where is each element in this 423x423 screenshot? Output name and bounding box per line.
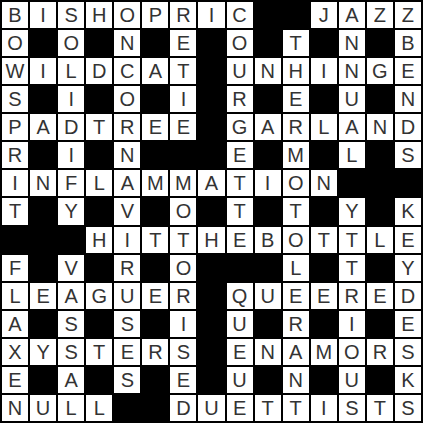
letter-cell-r8c13[interactable]: Y	[339, 198, 365, 224]
black-cell-r6c10	[255, 142, 281, 168]
letter-cell-r5c12[interactable]: L	[311, 114, 337, 140]
letter-cell-r7c9[interactable]: T	[227, 170, 253, 196]
letter-cell-r11c11[interactable]: E	[283, 283, 309, 309]
letter-cell-r15c12[interactable]: I	[311, 395, 337, 421]
letter-cell-r13c14[interactable]: R	[367, 339, 393, 365]
letter-cell-r13c6[interactable]: R	[142, 339, 168, 365]
black-cell-r4c10	[255, 86, 281, 112]
black-cell-r2c12	[311, 30, 337, 56]
black-cell-r12c4	[86, 311, 112, 337]
letter-cell-r13c15[interactable]: S	[395, 339, 421, 365]
letter-cell-r5c7[interactable]: E	[170, 114, 196, 140]
letter-cell-r9c10[interactable]: B	[255, 227, 281, 253]
letter-cell-r11c15[interactable]: D	[395, 283, 421, 309]
letter-cell-r11c2[interactable]: E	[30, 283, 56, 309]
letter-cell-r4c15[interactable]: N	[395, 86, 421, 112]
letter-cell-r1c9[interactable]: C	[227, 2, 253, 28]
black-cell-r14c2	[30, 367, 56, 393]
letter-cell-r5c6[interactable]: E	[142, 114, 168, 140]
letter-cell-r7c10[interactable]: I	[255, 170, 281, 196]
letter-cell-r15c15[interactable]: S	[395, 395, 421, 421]
letter-cell-r1c2[interactable]: I	[30, 2, 56, 28]
letter-cell-r10c15[interactable]: Y	[395, 255, 421, 281]
letter-cell-r12c11[interactable]: R	[283, 311, 309, 337]
letter-cell-r2c3[interactable]: O	[58, 30, 84, 56]
letter-cell-r3c4[interactable]: D	[86, 58, 112, 84]
letter-cell-r14c3[interactable]: A	[58, 367, 84, 393]
black-cell-r2c14	[367, 30, 393, 56]
black-cell-r6c6	[142, 142, 168, 168]
black-cell-r4c4	[86, 86, 112, 112]
letter-cell-r3c14[interactable]: G	[367, 58, 393, 84]
letter-cell-r13c12[interactable]: M	[311, 339, 337, 365]
letter-cell-r15c14[interactable]: T	[367, 395, 393, 421]
letter-cell-r1c15[interactable]: Z	[395, 2, 421, 28]
letter-cell-r9c9[interactable]: E	[227, 227, 253, 253]
black-cell-r12c12	[311, 311, 337, 337]
letter-cell-r2c15[interactable]: B	[395, 30, 421, 56]
letter-cell-r8c15[interactable]: K	[395, 198, 421, 224]
black-cell-r2c6	[142, 30, 168, 56]
black-cell-r1c11	[283, 2, 309, 28]
letter-cell-r8c11[interactable]: T	[283, 198, 309, 224]
black-cell-r7c13	[339, 170, 365, 196]
letter-cell-r1c7[interactable]: R	[170, 2, 196, 28]
black-cell-r9c2	[30, 227, 56, 253]
letter-cell-r3c9[interactable]: U	[227, 58, 253, 84]
letter-cell-r1c6[interactable]: P	[142, 2, 168, 28]
letter-cell-r6c3[interactable]: I	[58, 142, 84, 168]
letter-cell-r1c8[interactable]: I	[198, 2, 224, 28]
letter-cell-r10c11[interactable]: L	[283, 255, 309, 281]
black-cell-r10c6	[142, 255, 168, 281]
letter-cell-r2c7[interactable]: E	[170, 30, 196, 56]
black-cell-r12c14	[367, 311, 393, 337]
letter-cell-r10c13[interactable]: T	[339, 255, 365, 281]
black-cell-r10c12	[311, 255, 337, 281]
letter-cell-r7c11[interactable]: O	[283, 170, 309, 196]
letter-cell-r6c1[interactable]: R	[2, 142, 28, 168]
letter-cell-r3c15[interactable]: E	[395, 58, 421, 84]
black-cell-r10c9	[227, 255, 253, 281]
black-cell-r11c8	[198, 283, 224, 309]
letter-cell-r3c6[interactable]: A	[142, 58, 168, 84]
black-cell-r8c10	[255, 198, 281, 224]
letter-cell-r6c5[interactable]: N	[114, 142, 140, 168]
letter-cell-r2c13[interactable]: N	[339, 30, 365, 56]
letter-cell-r11c13[interactable]: R	[339, 283, 365, 309]
letter-cell-r5c5[interactable]: R	[114, 114, 140, 140]
letter-cell-r5c3[interactable]: D	[58, 114, 84, 140]
letter-cell-r12c7[interactable]: I	[170, 311, 196, 337]
black-cell-r6c14	[367, 142, 393, 168]
letter-cell-r5c13[interactable]: A	[339, 114, 365, 140]
letter-cell-r11c12[interactable]: E	[311, 283, 337, 309]
black-cell-r10c8	[198, 255, 224, 281]
black-cell-r6c4	[86, 142, 112, 168]
letter-cell-r5c14[interactable]: N	[367, 114, 393, 140]
letter-cell-r10c7[interactable]: O	[170, 255, 196, 281]
black-cell-r12c10	[255, 311, 281, 337]
black-cell-r6c7	[170, 142, 196, 168]
letter-cell-r1c12[interactable]: J	[311, 2, 337, 28]
letter-cell-r8c7[interactable]: O	[170, 198, 196, 224]
letter-cell-r13c2[interactable]: Y	[30, 339, 56, 365]
black-cell-r8c2	[30, 198, 56, 224]
black-cell-r8c12	[311, 198, 337, 224]
letter-cell-r14c5[interactable]: S	[114, 367, 140, 393]
crossword-grid: BISHOPRICJAZZOONEOTNBWILDCATUNHINGESIOIR…	[0, 0, 423, 423]
black-cell-r13c8	[198, 339, 224, 365]
letter-cell-r9c15[interactable]: E	[395, 227, 421, 253]
letter-cell-r11c4[interactable]: G	[86, 283, 112, 309]
black-cell-r5c8	[198, 114, 224, 140]
letter-cell-r14c13[interactable]: U	[339, 367, 365, 393]
letter-cell-r7c4[interactable]: L	[86, 170, 112, 196]
letter-cell-r11c1[interactable]: L	[2, 283, 28, 309]
letter-cell-r10c5[interactable]: R	[114, 255, 140, 281]
letter-cell-r9c13[interactable]: T	[339, 227, 365, 253]
black-cell-r10c14	[367, 255, 393, 281]
letter-cell-r15c1[interactable]: N	[2, 395, 28, 421]
letter-cell-r11c3[interactable]: A	[58, 283, 84, 309]
letter-cell-r2c5[interactable]: N	[114, 30, 140, 56]
letter-cell-r4c3[interactable]: I	[58, 86, 84, 112]
letter-cell-r8c5[interactable]: V	[114, 198, 140, 224]
black-cell-r1c10	[255, 2, 281, 28]
letter-cell-r3c3[interactable]: L	[58, 58, 84, 84]
letter-cell-r13c11[interactable]: A	[283, 339, 309, 365]
black-cell-r14c6	[142, 367, 168, 393]
letter-cell-r5c9[interactable]: G	[227, 114, 253, 140]
letter-cell-r3c7[interactable]: T	[170, 58, 196, 84]
letter-cell-r5c11[interactable]: R	[283, 114, 309, 140]
black-cell-r12c6	[142, 311, 168, 337]
letter-cell-r12c1[interactable]: A	[2, 311, 28, 337]
black-cell-r15c6	[142, 395, 168, 421]
letter-cell-r6c13[interactable]: L	[339, 142, 365, 168]
black-cell-r14c12	[311, 367, 337, 393]
letter-cell-r9c11[interactable]: O	[283, 227, 309, 253]
letter-cell-r13c10[interactable]: N	[255, 339, 281, 365]
letter-cell-r9c5[interactable]: I	[114, 227, 140, 253]
black-cell-r12c8	[198, 311, 224, 337]
black-cell-r3c8	[198, 58, 224, 84]
letter-cell-r15c4[interactable]: L	[86, 395, 112, 421]
letter-cell-r3c5[interactable]: C	[114, 58, 140, 84]
letter-cell-r9c8[interactable]: H	[198, 227, 224, 253]
letter-cell-r3c12[interactable]: I	[311, 58, 337, 84]
letter-cell-r14c15[interactable]: K	[395, 367, 421, 393]
letter-cell-r5c15[interactable]: D	[395, 114, 421, 140]
black-cell-r4c12	[311, 86, 337, 112]
letter-cell-r3c2[interactable]: I	[30, 58, 56, 84]
letter-cell-r14c11[interactable]: N	[283, 367, 309, 393]
black-cell-r8c14	[367, 198, 393, 224]
letter-cell-r6c11[interactable]: M	[283, 142, 309, 168]
letter-cell-r7c3[interactable]: F	[58, 170, 84, 196]
letter-cell-r6c15[interactable]: S	[395, 142, 421, 168]
black-cell-r12c2	[30, 311, 56, 337]
letter-cell-r4c13[interactable]: U	[339, 86, 365, 112]
letter-cell-r3c10[interactable]: N	[255, 58, 281, 84]
letter-cell-r14c9[interactable]: U	[227, 367, 253, 393]
letter-cell-r8c9[interactable]: T	[227, 198, 253, 224]
letter-cell-r4c9[interactable]: R	[227, 86, 253, 112]
letter-cell-r15c3[interactable]: L	[58, 395, 84, 421]
letter-cell-r15c8[interactable]: U	[198, 395, 224, 421]
black-cell-r2c4	[86, 30, 112, 56]
letter-cell-r2c11[interactable]: T	[283, 30, 309, 56]
letter-cell-r10c3[interactable]: V	[58, 255, 84, 281]
letter-cell-r8c1[interactable]: T	[2, 198, 28, 224]
letter-cell-r7c5[interactable]: A	[114, 170, 140, 196]
letter-cell-r4c11[interactable]: E	[283, 86, 309, 112]
letter-cell-r3c13[interactable]: N	[339, 58, 365, 84]
letter-cell-r9c12[interactable]: T	[311, 227, 337, 253]
black-cell-r10c2	[30, 255, 56, 281]
letter-cell-r5c10[interactable]: A	[255, 114, 281, 140]
letter-cell-r7c6[interactable]: M	[142, 170, 168, 196]
letter-cell-r13c9[interactable]: E	[227, 339, 253, 365]
black-cell-r2c8	[198, 30, 224, 56]
black-cell-r4c8	[198, 86, 224, 112]
letter-cell-r7c1[interactable]: I	[2, 170, 28, 196]
letter-cell-r15c9[interactable]: E	[227, 395, 253, 421]
letter-cell-r3c11[interactable]: H	[283, 58, 309, 84]
letter-cell-r13c13[interactable]: O	[339, 339, 365, 365]
black-cell-r14c8	[198, 367, 224, 393]
letter-cell-r9c14[interactable]: L	[367, 227, 393, 253]
letter-cell-r4c1[interactable]: S	[2, 86, 28, 112]
letter-cell-r6c9[interactable]: E	[227, 142, 253, 168]
letter-cell-r12c3[interactable]: S	[58, 311, 84, 337]
black-cell-r6c8	[198, 142, 224, 168]
letter-cell-r12c13[interactable]: I	[339, 311, 365, 337]
letter-cell-r11c9[interactable]: Q	[227, 283, 253, 309]
letter-cell-r13c4[interactable]: T	[86, 339, 112, 365]
letter-cell-r1c3[interactable]: S	[58, 2, 84, 28]
letter-cell-r15c2[interactable]: U	[30, 395, 56, 421]
letter-cell-r9c7[interactable]: T	[170, 227, 196, 253]
letter-cell-r14c1[interactable]: E	[2, 367, 28, 393]
letter-cell-r3c1[interactable]: W	[2, 58, 28, 84]
black-cell-r6c2	[30, 142, 56, 168]
letter-cell-r12c15[interactable]: E	[395, 311, 421, 337]
letter-cell-r7c2[interactable]: N	[30, 170, 56, 196]
black-cell-r2c2	[30, 30, 56, 56]
letter-cell-r15c10[interactable]: T	[255, 395, 281, 421]
black-cell-r8c8	[198, 198, 224, 224]
letter-cell-r5c1[interactable]: P	[2, 114, 28, 140]
letter-cell-r11c10[interactable]: U	[255, 283, 281, 309]
letter-cell-r15c13[interactable]: S	[339, 395, 365, 421]
letter-cell-r11c5[interactable]: U	[114, 283, 140, 309]
letter-cell-r1c5[interactable]: O	[114, 2, 140, 28]
letter-cell-r7c8[interactable]: A	[198, 170, 224, 196]
letter-cell-r2c9[interactable]: O	[227, 30, 253, 56]
black-cell-r6c12	[311, 142, 337, 168]
black-cell-r10c10	[255, 255, 281, 281]
letter-cell-r10c1[interactable]: F	[2, 255, 28, 281]
letter-cell-r11c6[interactable]: E	[142, 283, 168, 309]
black-cell-r8c6	[142, 198, 168, 224]
black-cell-r9c1	[2, 227, 28, 253]
letter-cell-r13c5[interactable]: E	[114, 339, 140, 365]
letter-cell-r13c3[interactable]: S	[58, 339, 84, 365]
black-cell-r15c5	[114, 395, 140, 421]
black-cell-r4c6	[142, 86, 168, 112]
black-cell-r4c2	[30, 86, 56, 112]
black-cell-r8c4	[86, 198, 112, 224]
letter-cell-r7c12[interactable]: N	[311, 170, 337, 196]
black-cell-r4c14	[367, 86, 393, 112]
black-cell-r14c4	[86, 367, 112, 393]
letter-cell-r5c4[interactable]: T	[86, 114, 112, 140]
black-cell-r9c3	[58, 227, 84, 253]
black-cell-r2c10	[255, 30, 281, 56]
letter-cell-r4c5[interactable]: O	[114, 86, 140, 112]
black-cell-r14c14	[367, 367, 393, 393]
letter-cell-r7c7[interactable]: M	[170, 170, 196, 196]
black-cell-r7c15	[395, 170, 421, 196]
letter-cell-r15c7[interactable]: D	[170, 395, 196, 421]
letter-cell-r11c14[interactable]: E	[367, 283, 393, 309]
letter-cell-r9c6[interactable]: T	[142, 227, 168, 253]
letter-cell-r1c4[interactable]: H	[86, 2, 112, 28]
letter-cell-r1c1[interactable]: B	[2, 2, 28, 28]
letter-cell-r9c4[interactable]: H	[86, 227, 112, 253]
letter-cell-r1c13[interactable]: A	[339, 2, 365, 28]
letter-cell-r15c11[interactable]: T	[283, 395, 309, 421]
black-cell-r14c10	[255, 367, 281, 393]
letter-cell-r11c7[interactable]: R	[170, 283, 196, 309]
letter-cell-r5c2[interactable]: A	[30, 114, 56, 140]
black-cell-r10c4	[86, 255, 112, 281]
letter-cell-r12c5[interactable]: S	[114, 311, 140, 337]
letter-cell-r13c1[interactable]: X	[2, 339, 28, 365]
black-cell-r7c14	[367, 170, 393, 196]
letter-cell-r13c7[interactable]: S	[170, 339, 196, 365]
letter-cell-r8c3[interactable]: Y	[58, 198, 84, 224]
letter-cell-r2c1[interactable]: O	[2, 30, 28, 56]
letter-cell-r1c14[interactable]: Z	[367, 2, 393, 28]
letter-cell-r4c7[interactable]: I	[170, 86, 196, 112]
letter-cell-r12c9[interactable]: U	[227, 311, 253, 337]
letter-cell-r14c7[interactable]: E	[170, 367, 196, 393]
